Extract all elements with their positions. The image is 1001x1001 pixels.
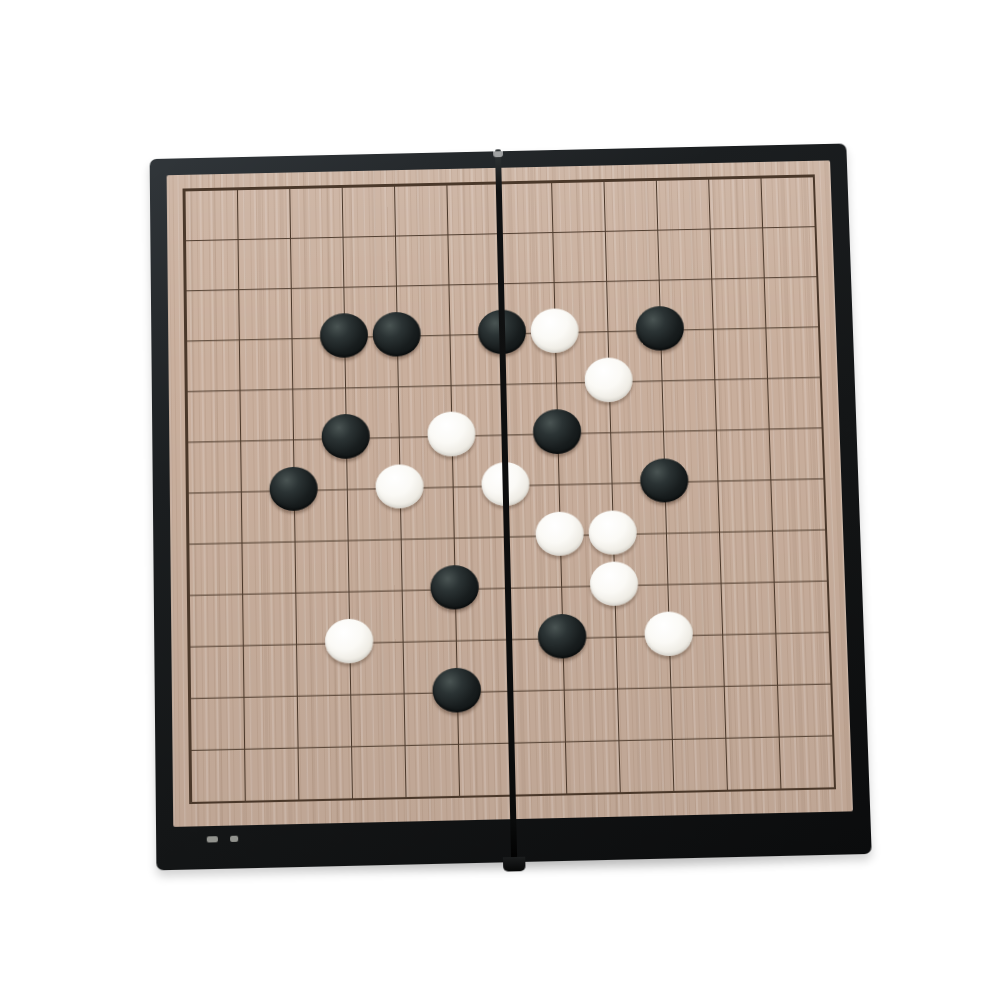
go-board — [150, 144, 872, 871]
product-photo-scene — [0, 0, 1001, 1001]
hinge-nub — [503, 857, 526, 872]
white-stone[interactable] — [584, 357, 633, 402]
white-stone[interactable] — [530, 308, 579, 353]
white-stone[interactable] — [375, 463, 424, 508]
white-stone[interactable] — [644, 611, 694, 657]
latch-detail — [207, 836, 218, 842]
black-stone[interactable] — [320, 313, 369, 358]
black-stone[interactable] — [269, 466, 318, 511]
black-stone[interactable] — [432, 667, 482, 713]
black-stone[interactable] — [321, 414, 370, 459]
black-stone[interactable] — [635, 306, 684, 351]
white-stone[interactable] — [325, 618, 374, 664]
white-stone[interactable] — [427, 412, 476, 457]
black-stone[interactable] — [372, 312, 421, 357]
black-stone[interactable] — [538, 613, 588, 659]
latch-detail — [230, 836, 238, 842]
white-stone[interactable] — [588, 510, 638, 556]
fold-notch — [493, 151, 503, 157]
white-stone[interactable] — [589, 561, 639, 607]
black-stone[interactable] — [640, 457, 690, 502]
black-stone[interactable] — [533, 409, 582, 454]
white-stone[interactable] — [535, 511, 584, 557]
black-stone[interactable] — [430, 564, 479, 610]
